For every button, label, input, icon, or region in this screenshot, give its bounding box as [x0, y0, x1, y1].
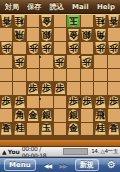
shogi-piece-銀-sente[interactable]: 銀 [40, 109, 52, 121]
piece-glyph: 歩 [108, 42, 119, 54]
board-cell[interactable] [108, 55, 120, 67]
shogi-piece-飛-sente[interactable]: 飛 [94, 109, 106, 121]
board-cell[interactable] [108, 109, 120, 121]
piece-glyph: 玉 [41, 123, 52, 135]
shogi-piece-桂-sente[interactable]: 桂 [13, 123, 25, 135]
shogi-piece-歩-sente[interactable]: 歩 [0, 96, 12, 108]
board-cell[interactable] [94, 55, 106, 67]
piece-glyph: 歩 [81, 56, 92, 68]
menu-item-load[interactable]: 読込 [50, 2, 64, 12]
board-cell[interactable] [54, 123, 66, 135]
shogi-piece-桂-gote[interactable]: 桂 [94, 15, 106, 27]
shogi-piece-金-gote[interactable]: 金 [40, 15, 52, 27]
board-cell[interactable] [54, 69, 66, 81]
board-cell[interactable] [13, 69, 25, 81]
star-point [39, 98, 41, 100]
piece-glyph: 銀 [41, 109, 52, 121]
shogi-piece-歩-sente[interactable]: 歩 [94, 96, 106, 108]
board-cell[interactable] [54, 109, 66, 121]
piece-glyph: 金 [68, 123, 79, 135]
shogi-piece-銀-sente[interactable]: 銀 [67, 109, 79, 121]
board-cell[interactable] [108, 28, 120, 40]
shogi-piece-歩-sente[interactable]: 歩 [54, 82, 66, 94]
piece-glyph: 歩 [1, 96, 12, 108]
menu-bar: 対局 保存 読込 Mail Help [0, 0, 120, 14]
board-cell[interactable] [54, 15, 66, 27]
piece-glyph: 金 [68, 29, 79, 41]
shogi-piece-金-sente[interactable]: 金 [67, 123, 79, 135]
piece-glyph: 歩 [41, 82, 52, 94]
shogi-piece-歩-sente[interactable]: 歩 [81, 96, 93, 108]
board-cell[interactable] [40, 96, 52, 108]
board-cell[interactable] [67, 55, 79, 67]
piece-glyph: 歩 [54, 56, 65, 68]
shogi-piece-歩-gote[interactable]: 歩 [81, 55, 93, 67]
shogi-piece-歩-gote[interactable]: 歩 [40, 42, 52, 54]
board-cell[interactable] [0, 109, 12, 121]
board-cell[interactable] [67, 82, 79, 94]
shogi-piece-歩-sente[interactable]: 歩 [27, 82, 39, 94]
bottom-toolbar: Menu ◀◀ ▶▶ 新規 ⚙ [0, 157, 120, 172]
board-cell[interactable] [27, 123, 39, 135]
board-cell[interactable] [40, 69, 52, 81]
sente-piece-icon: ▲ [2, 149, 7, 155]
board-cell[interactable] [13, 82, 25, 94]
board-cell[interactable] [27, 55, 39, 67]
shogi-piece-香-gote[interactable]: 香 [0, 15, 12, 27]
piece-glyph: 飛 [95, 109, 106, 121]
menu-item-help[interactable]: Help [97, 3, 115, 11]
status-bar: ▲ You 00:00 / 00:00:18 14. △4一玉 [0, 147, 120, 157]
shogi-piece-玉-sente[interactable]: 玉 [40, 123, 52, 135]
piece-glyph: 銀 [81, 29, 92, 41]
board-cell[interactable] [94, 82, 106, 94]
piece-glyph: 角 [14, 109, 25, 121]
piece-glyph: 歩 [14, 56, 25, 68]
board-cell[interactable] [54, 28, 66, 40]
piece-glyph: 歩 [108, 96, 119, 108]
piece-glyph: 香 [108, 15, 119, 27]
star-point [79, 56, 81, 58]
board-cell[interactable] [0, 28, 12, 40]
shogi-piece-香-sente[interactable]: 香 [0, 123, 12, 135]
piece-glyph: 玉 [68, 15, 79, 27]
piece-glyph: 歩 [41, 42, 52, 54]
piece-glyph: 角 [95, 29, 106, 41]
menu-item-taikyoku[interactable]: 対局 [5, 2, 19, 12]
board-cell[interactable] [67, 69, 79, 81]
piece-glyph: 金 [28, 109, 39, 121]
piece-glyph: 歩 [95, 42, 106, 54]
shogi-piece-角-sente[interactable]: 角 [13, 109, 25, 121]
shogi-piece-香-gote[interactable]: 香 [108, 15, 120, 27]
piece-glyph: 桂 [95, 15, 106, 27]
shogi-piece-歩-gote[interactable]: 歩 [54, 55, 66, 67]
shogi-piece-歩-sente[interactable]: 歩 [108, 96, 120, 108]
shogi-piece-歩-gote[interactable]: 歩 [27, 42, 39, 54]
piece-glyph: 歩 [54, 82, 65, 94]
board-cell[interactable] [27, 28, 39, 40]
shogi-board[interactable]: 香桂金玉桂香飛銀金銀角歩歩歩歩歩歩歩歩歩歩歩歩歩歩歩歩歩歩角金銀銀飛香桂玉金桂香 [0, 14, 120, 140]
piece-glyph: 歩 [28, 82, 39, 94]
menu-item-mail[interactable]: Mail [72, 3, 89, 11]
piece-glyph: 香 [108, 123, 119, 135]
shogi-piece-金-sente[interactable]: 金 [27, 109, 39, 121]
piece-glyph: 桂 [95, 123, 106, 135]
rewind-icon[interactable]: ◀◀ [44, 162, 51, 169]
board-cell[interactable] [81, 123, 93, 135]
piece-glyph: 香 [1, 15, 12, 27]
board-cell[interactable] [108, 82, 120, 94]
menu-button[interactable]: Menu [4, 159, 36, 171]
shogi-piece-歩-gote[interactable]: 歩 [108, 42, 120, 54]
shogi-piece-銀-gote[interactable]: 銀 [81, 28, 93, 40]
star-point [39, 56, 41, 58]
shogi-piece-歩-gote[interactable]: 歩 [94, 42, 106, 54]
board-cell[interactable] [54, 96, 66, 108]
shogi-piece-角-gote[interactable]: 角 [94, 28, 106, 40]
board-cell[interactable] [81, 15, 93, 27]
board-cell[interactable] [81, 42, 93, 54]
piece-glyph: 歩 [28, 42, 39, 54]
shogi-piece-玉-gote[interactable]: 玉 [67, 15, 79, 27]
player-label: You [8, 148, 20, 155]
board-cell[interactable] [94, 69, 106, 81]
board-cell[interactable] [27, 96, 39, 108]
shogi-piece-歩-sente[interactable]: 歩 [40, 82, 52, 94]
shogi-piece-桂-sente[interactable]: 桂 [94, 123, 106, 135]
piece-glyph: 歩 [68, 96, 79, 108]
shogi-piece-歩-gote[interactable]: 歩 [13, 55, 25, 67]
shogi-piece-金-gote[interactable]: 金 [67, 28, 79, 40]
piece-glyph: 歩 [81, 96, 92, 108]
board-cell[interactable] [81, 109, 93, 121]
piece-glyph: 銀 [68, 109, 79, 121]
piece-glyph: 歩 [68, 42, 79, 54]
piece-glyph: 桂 [14, 123, 25, 135]
captured-pieces-tray [63, 148, 88, 155]
board-cell[interactable] [0, 55, 12, 67]
gear-icon[interactable]: ⚙ [107, 160, 116, 170]
board-cell[interactable] [13, 42, 25, 54]
shogi-piece-桂-gote[interactable]: 桂 [13, 15, 25, 27]
piece-glyph: 歩 [14, 96, 25, 108]
shogi-piece-銀-gote[interactable]: 銀 [40, 28, 52, 40]
shogi-piece-香-sente[interactable]: 香 [108, 123, 120, 135]
board-cell[interactable] [108, 69, 120, 81]
board-cell[interactable] [27, 69, 39, 81]
shogi-piece-歩-sente[interactable]: 歩 [13, 96, 25, 108]
piece-glyph: 桂 [14, 15, 25, 27]
shogi-piece-歩-sente[interactable]: 歩 [67, 96, 79, 108]
piece-glyph: 歩 [1, 42, 12, 54]
piece-glyph: 飛 [14, 29, 25, 41]
shogi-piece-飛-gote[interactable]: 飛 [13, 28, 25, 40]
forward-icon[interactable]: ▶▶ [59, 162, 66, 169]
last-move-text: 14. △4一玉 [91, 148, 118, 155]
board-cell[interactable] [81, 69, 93, 81]
board-cell[interactable] [27, 15, 39, 27]
menu-item-save[interactable]: 保存 [27, 2, 41, 12]
board-cell[interactable] [0, 82, 12, 94]
piece-glyph: 金 [41, 15, 52, 27]
board-cell[interactable] [40, 55, 52, 67]
board-cell[interactable] [81, 82, 93, 94]
new-game-button[interactable]: 新規 [75, 159, 99, 171]
piece-glyph: 銀 [41, 29, 52, 41]
shogi-piece-歩-gote[interactable]: 歩 [0, 42, 12, 54]
shogi-app-window: 対局 保存 読込 Mail Help 香桂金玉桂香飛銀金銀角歩歩歩歩歩歩歩歩歩歩… [0, 0, 120, 172]
star-point [79, 98, 81, 100]
shogi-piece-歩-gote[interactable]: 歩 [67, 42, 79, 54]
piece-glyph: 歩 [95, 96, 106, 108]
piece-glyph: 香 [1, 123, 12, 135]
board-cell[interactable] [0, 69, 12, 81]
board-cell[interactable] [54, 42, 66, 54]
